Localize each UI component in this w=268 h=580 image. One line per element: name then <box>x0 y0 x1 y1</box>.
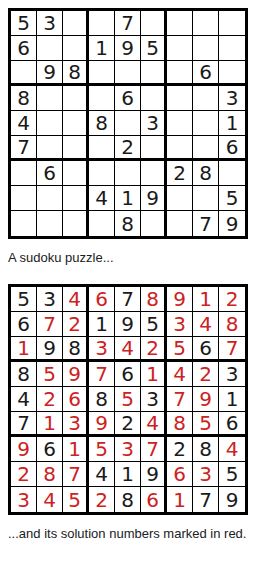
cell-r3c2: 9 <box>37 61 63 86</box>
cell-r3c7: 5 <box>167 337 193 362</box>
cell-r8c6: 9 <box>141 462 167 487</box>
cell-r4c7 <box>167 86 193 111</box>
cell-r8c9: 5 <box>219 186 245 211</box>
cell-r9c6: 6 <box>141 487 167 512</box>
cell-r5c7: 7 <box>167 387 193 412</box>
cell-r8c6: 9 <box>141 186 167 211</box>
cell-r6c5: 2 <box>115 136 141 161</box>
cell-r4c6: 1 <box>141 362 167 387</box>
cell-r5c3: 6 <box>63 387 89 412</box>
cell-r7c9: 4 <box>219 437 245 462</box>
cell-r8c5: 1 <box>115 186 141 211</box>
cell-r2c7 <box>167 36 193 61</box>
cell-r6c3 <box>63 136 89 161</box>
cell-r8c7 <box>167 186 193 211</box>
cell-r5c8 <box>193 111 219 136</box>
cell-r3c3: 8 <box>63 61 89 86</box>
cell-r8c5: 1 <box>115 462 141 487</box>
cell-r8c4: 4 <box>89 462 115 487</box>
cell-r4c5: 6 <box>115 86 141 111</box>
cell-r7c4: 5 <box>89 437 115 462</box>
cell-r5c5 <box>115 111 141 136</box>
cell-r9c5: 8 <box>115 211 141 236</box>
cell-r9c7 <box>167 211 193 236</box>
cell-r9c4: 2 <box>89 487 115 512</box>
cell-r2c8: 4 <box>193 312 219 337</box>
cell-r9c1 <box>11 211 37 236</box>
cell-r3c8: 6 <box>193 337 219 362</box>
cell-r4c3: 9 <box>63 362 89 387</box>
cell-r4c9: 3 <box>219 86 245 111</box>
cell-r1c9 <box>219 11 245 36</box>
cell-r1c2: 3 <box>37 287 63 312</box>
cell-r6c8: 5 <box>193 412 219 437</box>
cell-r5c9: 1 <box>219 387 245 412</box>
cell-r2c7: 3 <box>167 312 193 337</box>
cell-r6c8 <box>193 136 219 161</box>
cell-r4c1: 8 <box>11 86 37 111</box>
cell-r6c2 <box>37 136 63 161</box>
cell-r6c1: 7 <box>11 136 37 161</box>
cell-r7c8: 8 <box>193 437 219 462</box>
cell-r6c4 <box>89 136 115 161</box>
cell-r8c7: 6 <box>167 462 193 487</box>
cell-r8c1: 2 <box>11 462 37 487</box>
cell-r7c6: 7 <box>141 437 167 462</box>
cell-r4c1: 8 <box>11 362 37 387</box>
cell-r8c2: 8 <box>37 462 63 487</box>
cell-r3c6: 2 <box>141 337 167 362</box>
cell-r1c5: 7 <box>115 11 141 36</box>
cell-r2c2: 7 <box>37 312 63 337</box>
cell-r7c2: 6 <box>37 161 63 186</box>
cell-r6c7: 8 <box>167 412 193 437</box>
sudoku-solution-board: 5346789126721953481983425678597614234268… <box>8 284 248 515</box>
cell-r9c8: 7 <box>193 211 219 236</box>
cell-r4c4 <box>89 86 115 111</box>
cell-r3c4 <box>89 61 115 86</box>
cell-r8c8 <box>193 186 219 211</box>
cell-r5c3 <box>63 111 89 136</box>
cell-r8c8: 3 <box>193 462 219 487</box>
sudoku-puzzle-board: 537619598686348317266284195879 <box>8 8 248 239</box>
cell-r7c1: 9 <box>11 437 37 462</box>
cell-r7c1 <box>11 161 37 186</box>
cell-r9c6 <box>141 211 167 236</box>
cell-r5c2: 2 <box>37 387 63 412</box>
cell-r6c9: 6 <box>219 136 245 161</box>
cell-r3c6 <box>141 61 167 86</box>
cell-r3c5 <box>115 61 141 86</box>
cell-r1c2: 3 <box>37 11 63 36</box>
cell-r5c7 <box>167 111 193 136</box>
cell-r1c8 <box>193 11 219 36</box>
cell-r1c5: 7 <box>115 287 141 312</box>
cell-r8c1 <box>11 186 37 211</box>
cell-r3c9: 7 <box>219 337 245 362</box>
cell-r2c5: 9 <box>115 36 141 61</box>
cell-r8c3 <box>63 186 89 211</box>
cell-r2c5: 9 <box>115 312 141 337</box>
cell-r3c5: 4 <box>115 337 141 362</box>
cell-r5c4: 8 <box>89 387 115 412</box>
cell-r1c1: 5 <box>11 11 37 36</box>
cell-r4c5: 6 <box>115 362 141 387</box>
cell-r9c1: 3 <box>11 487 37 512</box>
cell-r4c2: 5 <box>37 362 63 387</box>
cell-r2c8 <box>193 36 219 61</box>
cell-r7c7: 2 <box>167 437 193 462</box>
cell-r4c8 <box>193 86 219 111</box>
cell-r3c7 <box>167 61 193 86</box>
sudoku-figure: 537619598686348317266284195879 A sudoku … <box>8 8 260 541</box>
cell-r8c4: 4 <box>89 186 115 211</box>
cell-r5c1: 4 <box>11 111 37 136</box>
cell-r9c7: 1 <box>167 487 193 512</box>
cell-r2c1: 6 <box>11 312 37 337</box>
cell-r6c2: 1 <box>37 412 63 437</box>
cell-r3c9 <box>219 61 245 86</box>
cell-r8c2 <box>37 186 63 211</box>
cell-r3c4: 3 <box>89 337 115 362</box>
cell-r2c9 <box>219 36 245 61</box>
cell-r2c2 <box>37 36 63 61</box>
cell-r3c1 <box>11 61 37 86</box>
cell-r1c3: 4 <box>63 287 89 312</box>
cell-r7c3: 1 <box>63 437 89 462</box>
cell-r7c7: 2 <box>167 161 193 186</box>
cell-r2c3 <box>63 36 89 61</box>
cell-r5c4: 8 <box>89 111 115 136</box>
cell-r2c3: 2 <box>63 312 89 337</box>
cell-r5c1: 4 <box>11 387 37 412</box>
cell-r5c9: 1 <box>219 111 245 136</box>
cell-r6c9: 6 <box>219 412 245 437</box>
cell-r4c9: 3 <box>219 362 245 387</box>
cell-r9c2: 4 <box>37 487 63 512</box>
cell-r3c3: 8 <box>63 337 89 362</box>
cell-r6c6 <box>141 136 167 161</box>
cell-r4c3 <box>63 86 89 111</box>
cell-r1c3 <box>63 11 89 36</box>
cell-r6c5: 2 <box>115 412 141 437</box>
cell-r1c7: 9 <box>167 287 193 312</box>
cell-r9c8: 7 <box>193 487 219 512</box>
cell-r7c9 <box>219 161 245 186</box>
cell-r5c5: 5 <box>115 387 141 412</box>
cell-r1c7 <box>167 11 193 36</box>
cell-r8c3: 7 <box>63 462 89 487</box>
cell-r4c7: 4 <box>167 362 193 387</box>
cell-r4c2 <box>37 86 63 111</box>
cell-r6c4: 9 <box>89 412 115 437</box>
cell-r7c2: 6 <box>37 437 63 462</box>
puzzle-caption: A sudoku puzzle... <box>8 250 260 265</box>
cell-r9c5: 8 <box>115 487 141 512</box>
cell-r3c8: 6 <box>193 61 219 86</box>
cell-r9c9: 9 <box>219 487 245 512</box>
cell-r9c2 <box>37 211 63 236</box>
cell-r2c6: 5 <box>141 36 167 61</box>
cell-r6c1: 7 <box>11 412 37 437</box>
cell-r7c4 <box>89 161 115 186</box>
cell-r1c6 <box>141 11 167 36</box>
cell-r5c6: 3 <box>141 111 167 136</box>
cell-r7c8: 8 <box>193 161 219 186</box>
cell-r4c8: 2 <box>193 362 219 387</box>
cell-r7c5: 3 <box>115 437 141 462</box>
cell-r1c4 <box>89 11 115 36</box>
cell-r9c3: 5 <box>63 487 89 512</box>
cell-r6c7 <box>167 136 193 161</box>
cell-r1c4: 6 <box>89 287 115 312</box>
cell-r2c1: 6 <box>11 36 37 61</box>
cell-r1c8: 1 <box>193 287 219 312</box>
cell-r7c3 <box>63 161 89 186</box>
cell-r1c6: 8 <box>141 287 167 312</box>
cell-r7c5 <box>115 161 141 186</box>
cell-r5c2 <box>37 111 63 136</box>
cell-r9c3 <box>63 211 89 236</box>
cell-r6c6: 4 <box>141 412 167 437</box>
cell-r5c6: 3 <box>141 387 167 412</box>
cell-r2c6: 5 <box>141 312 167 337</box>
cell-r3c2: 9 <box>37 337 63 362</box>
cell-r4c4: 7 <box>89 362 115 387</box>
cell-r5c8: 9 <box>193 387 219 412</box>
solution-caption: ...and its solution numbers marked in re… <box>8 526 260 541</box>
cell-r3c1: 1 <box>11 337 37 362</box>
cell-r4c6 <box>141 86 167 111</box>
cell-r1c1: 5 <box>11 287 37 312</box>
cell-r2c9: 8 <box>219 312 245 337</box>
cell-r9c9: 9 <box>219 211 245 236</box>
cell-r7c6 <box>141 161 167 186</box>
cell-r6c3: 3 <box>63 412 89 437</box>
cell-r9c4 <box>89 211 115 236</box>
cell-r8c9: 5 <box>219 462 245 487</box>
cell-r2c4: 1 <box>89 312 115 337</box>
cell-r1c9: 2 <box>219 287 245 312</box>
cell-r2c4: 1 <box>89 36 115 61</box>
